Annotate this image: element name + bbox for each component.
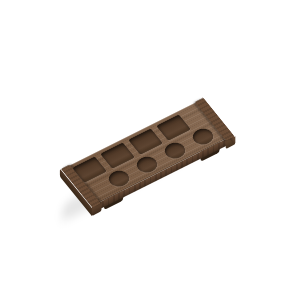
circle-well-2-empty [133,154,161,176]
circle-well-3-empty [161,140,189,162]
square-well-cell-4 [156,114,191,141]
square-well-3-empty [128,128,163,155]
square-well-cell-2 [100,142,135,169]
square-well-cell-3 [128,128,163,155]
square-well-4-empty [156,114,191,141]
circle-well-4-empty [189,126,217,148]
square-well-2-empty [100,142,135,169]
circle-well-1-empty [105,168,133,190]
product-photo-scene [0,0,300,300]
